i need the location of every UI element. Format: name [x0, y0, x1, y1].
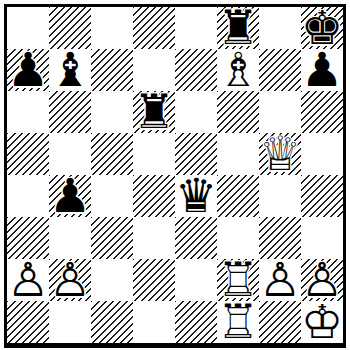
square-d6[interactable]: ♜♜ [133, 91, 175, 133]
black-rook-d6[interactable]: ♜♜ [133, 91, 175, 133]
square-c5[interactable] [91, 133, 133, 175]
piece-glyph: ♟ [49, 175, 91, 217]
square-d8[interactable] [133, 7, 175, 49]
square-g4[interactable] [259, 175, 301, 217]
square-f6[interactable] [217, 91, 259, 133]
piece-glyph: ♗ [217, 49, 259, 91]
white-rook-f1[interactable]: ♜♖ [217, 301, 259, 343]
square-d5[interactable] [133, 133, 175, 175]
square-b7[interactable]: ♝♝ [49, 49, 91, 91]
piece-glyph: ♛ [175, 175, 217, 217]
black-pawn-b4[interactable]: ♟♟ [49, 175, 91, 217]
square-g7[interactable] [259, 49, 301, 91]
piece-glyph: ♜ [133, 91, 175, 133]
piece-glyph: ♟ [7, 49, 49, 91]
white-pawn-g2[interactable]: ♟♙ [259, 259, 301, 301]
square-h4[interactable] [301, 175, 343, 217]
black-queen-e4[interactable]: ♛♛ [175, 175, 217, 217]
square-d1[interactable] [133, 301, 175, 343]
square-f7[interactable]: ♝♗ [217, 49, 259, 91]
square-h6[interactable] [301, 91, 343, 133]
black-pawn-h7[interactable]: ♟♟ [301, 49, 343, 91]
square-e2[interactable] [175, 259, 217, 301]
square-b6[interactable] [49, 91, 91, 133]
square-b1[interactable] [49, 301, 91, 343]
piece-glyph: ♙ [49, 259, 91, 301]
square-c3[interactable] [91, 217, 133, 259]
square-b4[interactable]: ♟♟ [49, 175, 91, 217]
square-g5[interactable]: ♛♕ [259, 133, 301, 175]
square-a6[interactable] [7, 91, 49, 133]
black-bishop-b7[interactable]: ♝♝ [49, 49, 91, 91]
square-d4[interactable] [133, 175, 175, 217]
square-a1[interactable] [7, 301, 49, 343]
square-g8[interactable] [259, 7, 301, 49]
piece-glyph: ♙ [7, 259, 49, 301]
square-d2[interactable] [133, 259, 175, 301]
white-bishop-f7[interactable]: ♝♗ [217, 49, 259, 91]
square-c2[interactable] [91, 259, 133, 301]
piece-glyph: ♟ [301, 49, 343, 91]
square-e4[interactable]: ♛♛ [175, 175, 217, 217]
square-c7[interactable] [91, 49, 133, 91]
white-pawn-a2[interactable]: ♟♙ [7, 259, 49, 301]
square-c8[interactable] [91, 7, 133, 49]
square-a5[interactable] [7, 133, 49, 175]
square-g2[interactable]: ♟♙ [259, 259, 301, 301]
square-b2[interactable]: ♟♙ [49, 259, 91, 301]
square-c6[interactable] [91, 91, 133, 133]
square-f1[interactable]: ♜♖ [217, 301, 259, 343]
black-pawn-a7[interactable]: ♟♟ [7, 49, 49, 91]
square-e1[interactable] [175, 301, 217, 343]
square-a7[interactable]: ♟♟ [7, 49, 49, 91]
square-f4[interactable] [217, 175, 259, 217]
chess-diagram-page: ♜♜♚♚♟♟♝♝♝♗♟♟♜♜♛♕♟♟♛♛♟♙♟♙♜♖♟♙♟♙♜♖♚♔ [0, 0, 350, 350]
piece-glyph: ♝ [49, 49, 91, 91]
square-e7[interactable] [175, 49, 217, 91]
piece-glyph: ♙ [259, 259, 301, 301]
square-a2[interactable]: ♟♙ [7, 259, 49, 301]
square-c4[interactable] [91, 175, 133, 217]
square-f5[interactable] [217, 133, 259, 175]
square-e3[interactable] [175, 217, 217, 259]
square-d3[interactable] [133, 217, 175, 259]
square-a4[interactable] [7, 175, 49, 217]
square-e8[interactable] [175, 7, 217, 49]
board-frame: ♜♜♚♚♟♟♝♝♝♗♟♟♜♜♛♕♟♟♛♛♟♙♟♙♜♖♟♙♟♙♜♖♚♔ [4, 4, 346, 348]
square-e6[interactable] [175, 91, 217, 133]
piece-glyph: ♖ [217, 301, 259, 343]
square-h1[interactable]: ♚♔ [301, 301, 343, 343]
piece-glyph: ♔ [301, 301, 343, 343]
white-queen-g5[interactable]: ♛♕ [259, 133, 301, 175]
white-king-h1[interactable]: ♚♔ [301, 301, 343, 343]
chess-board: ♜♜♚♚♟♟♝♝♝♗♟♟♜♜♛♕♟♟♛♛♟♙♟♙♜♖♟♙♟♙♜♖♚♔ [7, 7, 343, 343]
piece-glyph: ♕ [259, 133, 301, 175]
square-c1[interactable] [91, 301, 133, 343]
square-h7[interactable]: ♟♟ [301, 49, 343, 91]
square-h5[interactable] [301, 133, 343, 175]
square-g1[interactable] [259, 301, 301, 343]
white-pawn-b2[interactable]: ♟♙ [49, 259, 91, 301]
